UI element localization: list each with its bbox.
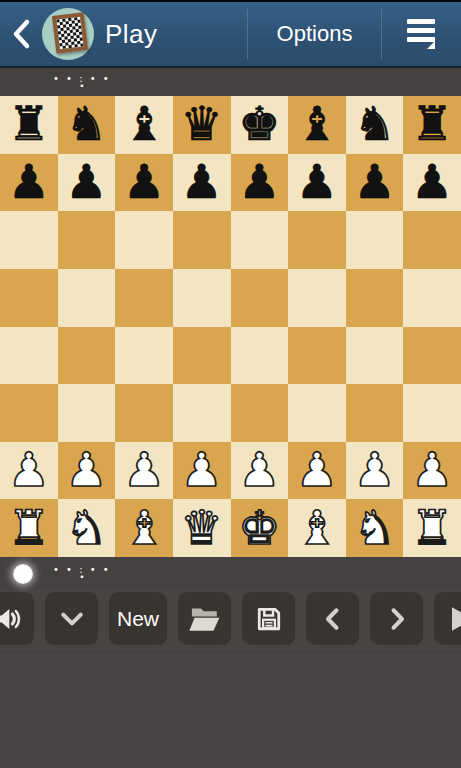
piece-white-pawn: ♟ <box>411 446 453 493</box>
piece-black-bishop: ♝ <box>296 100 338 147</box>
square-e3[interactable] <box>231 384 289 442</box>
toolbar-button-collapse[interactable] <box>45 592 98 645</box>
square-h8[interactable]: ♜ <box>403 96 461 154</box>
piece-black-pawn: ♟ <box>123 158 165 205</box>
options-button[interactable]: Options <box>251 2 378 66</box>
toolbar-button-label: New <box>117 607 159 631</box>
square-h7[interactable]: ♟ <box>403 154 461 212</box>
white-to-move-indicator <box>13 564 33 584</box>
toolbar-button-autoplay[interactable] <box>434 592 461 645</box>
status-strip-top: • • : • • • <box>0 68 461 96</box>
toolbar-button-move-forward[interactable] <box>370 592 423 645</box>
piece-white-knight: ♞ <box>353 504 395 551</box>
app-icon <box>42 8 94 60</box>
piece-black-knight: ♞ <box>65 100 107 147</box>
square-d1[interactable]: ♛ <box>173 499 231 557</box>
chess-board: ♜♞♝♛♚♝♞♜♟♟♟♟♟♟♟♟♟♟♟♟♟♟♟♟♜♞♝♛♚♝♞♜ <box>0 96 461 557</box>
piece-black-pawn: ♟ <box>296 158 338 205</box>
square-f8[interactable]: ♝ <box>288 96 346 154</box>
square-d8[interactable]: ♛ <box>173 96 231 154</box>
piece-black-bishop: ♝ <box>123 100 165 147</box>
piece-black-pawn: ♟ <box>181 158 223 205</box>
save-icon <box>254 604 284 634</box>
toolbar-button-save-game[interactable] <box>242 592 295 645</box>
square-b2[interactable]: ♟ <box>58 442 116 500</box>
square-e1[interactable]: ♚ <box>231 499 289 557</box>
square-h3[interactable] <box>403 384 461 442</box>
square-c4[interactable] <box>115 327 173 385</box>
piece-white-knight: ♞ <box>65 504 107 551</box>
piece-black-rook: ♜ <box>8 100 50 147</box>
piece-black-king: ♚ <box>238 100 280 147</box>
page-title: Play <box>105 19 158 50</box>
piece-white-queen: ♛ <box>181 504 223 551</box>
square-h1[interactable]: ♜ <box>403 499 461 557</box>
piece-black-knight: ♞ <box>353 100 395 147</box>
square-a4[interactable] <box>0 327 58 385</box>
chessboard-logo-icon <box>52 12 88 54</box>
square-d3[interactable] <box>173 384 231 442</box>
piece-black-pawn: ♟ <box>411 158 453 205</box>
square-d4[interactable] <box>173 327 231 385</box>
square-e7[interactable]: ♟ <box>231 154 289 212</box>
square-f7[interactable]: ♟ <box>288 154 346 212</box>
square-e5[interactable] <box>231 269 289 327</box>
square-h4[interactable] <box>403 327 461 385</box>
app-bar: Play Options <box>0 2 461 68</box>
square-e6[interactable] <box>231 211 289 269</box>
piece-white-king: ♚ <box>238 504 280 551</box>
square-f3[interactable] <box>288 384 346 442</box>
square-b3[interactable] <box>58 384 116 442</box>
square-c6[interactable] <box>115 211 173 269</box>
square-c5[interactable] <box>115 269 173 327</box>
divider <box>247 9 248 59</box>
square-c2[interactable]: ♟ <box>115 442 173 500</box>
square-e2[interactable]: ♟ <box>231 442 289 500</box>
chevron-right-icon <box>382 604 412 634</box>
clock-dots-top: • • : • • • <box>53 75 111 90</box>
square-e4[interactable] <box>231 327 289 385</box>
square-g2[interactable]: ♟ <box>346 442 404 500</box>
toolbar-button-open-file[interactable] <box>178 592 231 645</box>
square-c3[interactable] <box>115 384 173 442</box>
toolbar: New <box>0 590 461 652</box>
square-b6[interactable] <box>58 211 116 269</box>
piece-black-queen: ♛ <box>181 100 223 147</box>
square-b1[interactable]: ♞ <box>58 499 116 557</box>
square-c7[interactable]: ♟ <box>115 154 173 212</box>
piece-white-pawn: ♟ <box>353 446 395 493</box>
piece-white-pawn: ♟ <box>296 446 338 493</box>
piece-white-pawn: ♟ <box>8 446 50 493</box>
toolbar-button-move-back[interactable] <box>306 592 359 645</box>
square-b5[interactable] <box>58 269 116 327</box>
piece-white-rook: ♜ <box>8 504 50 551</box>
square-d6[interactable] <box>173 211 231 269</box>
square-g5[interactable] <box>346 269 404 327</box>
square-b8[interactable]: ♞ <box>58 96 116 154</box>
speaker-icon <box>0 603 24 635</box>
piece-white-bishop: ♝ <box>296 504 338 551</box>
overflow-menu-button[interactable] <box>392 15 450 55</box>
back-chevron-icon <box>8 17 34 51</box>
piece-black-pawn: ♟ <box>238 158 280 205</box>
piece-black-pawn: ♟ <box>8 158 50 205</box>
square-g1[interactable]: ♞ <box>346 499 404 557</box>
square-a1[interactable]: ♜ <box>0 499 58 557</box>
square-f4[interactable] <box>288 327 346 385</box>
square-d2[interactable]: ♟ <box>173 442 231 500</box>
square-f1[interactable]: ♝ <box>288 499 346 557</box>
square-f2[interactable]: ♟ <box>288 442 346 500</box>
piece-black-pawn: ♟ <box>65 158 107 205</box>
back-button[interactable] <box>5 15 37 53</box>
square-f6[interactable] <box>288 211 346 269</box>
piece-white-pawn: ♟ <box>181 446 223 493</box>
piece-white-rook: ♜ <box>411 504 453 551</box>
piece-white-pawn: ♟ <box>123 446 165 493</box>
square-a2[interactable]: ♟ <box>0 442 58 500</box>
piece-white-pawn: ♟ <box>238 446 280 493</box>
square-h5[interactable] <box>403 269 461 327</box>
menu-icon <box>399 15 443 53</box>
square-c1[interactable]: ♝ <box>115 499 173 557</box>
square-e8[interactable]: ♚ <box>231 96 289 154</box>
square-g4[interactable] <box>346 327 404 385</box>
square-g8[interactable]: ♞ <box>346 96 404 154</box>
piece-white-bishop: ♝ <box>123 504 165 551</box>
piece-white-pawn: ♟ <box>65 446 107 493</box>
toolbar-button-new-game[interactable]: New <box>109 592 167 645</box>
square-b7[interactable]: ♟ <box>58 154 116 212</box>
chevron-down-icon <box>57 604 87 634</box>
chevron-left-icon <box>318 604 348 634</box>
square-f5[interactable] <box>288 269 346 327</box>
folder-icon <box>188 604 222 634</box>
square-a7[interactable]: ♟ <box>0 154 58 212</box>
square-b4[interactable] <box>58 327 116 385</box>
status-strip-bottom: • • : • • • <box>0 557 461 590</box>
piece-black-rook: ♜ <box>411 100 453 147</box>
square-h2[interactable]: ♟ <box>403 442 461 500</box>
square-g3[interactable] <box>346 384 404 442</box>
square-a5[interactable] <box>0 269 58 327</box>
square-h6[interactable] <box>403 211 461 269</box>
background-area <box>0 652 461 768</box>
square-a3[interactable] <box>0 384 58 442</box>
square-c8[interactable]: ♝ <box>115 96 173 154</box>
square-a8[interactable]: ♜ <box>0 96 58 154</box>
square-d7[interactable]: ♟ <box>173 154 231 212</box>
square-a6[interactable] <box>0 211 58 269</box>
square-g7[interactable]: ♟ <box>346 154 404 212</box>
screen: { "app": { "title": "Play", "options_lab… <box>0 0 461 768</box>
square-g6[interactable] <box>346 211 404 269</box>
divider <box>381 9 382 59</box>
square-d5[interactable] <box>173 269 231 327</box>
toolbar-button-sound-toggle[interactable] <box>0 592 34 645</box>
play-icon <box>443 601 461 637</box>
piece-black-pawn: ♟ <box>353 158 395 205</box>
clock-dots-bottom: • • : • • • <box>53 566 111 581</box>
